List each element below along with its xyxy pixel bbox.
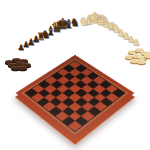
dark-rook: ♜ [37,32,46,42]
light-king: ♚ [88,11,101,26]
dark-pawn: ♟ [22,41,29,49]
dark-bishop: ♝ [46,25,57,37]
light-checker-disc [137,60,146,64]
board-surface [24,60,126,133]
dark-pawn: ♟ [27,38,35,47]
light-pawn: ♟ [122,32,130,41]
light-pawn: ♟ [127,36,134,44]
dark-king: ♚ [56,17,69,32]
light-bishop: ♝ [84,14,95,26]
light-knight: ♞ [111,23,121,34]
dark-pawn: ♟ [32,35,40,44]
dark-checker-disc [18,66,27,70]
board-frame [16,55,135,140]
light-knight: ♞ [79,16,89,27]
dark-knight: ♞ [41,29,51,40]
light-queen: ♛ [95,13,108,27]
dark-pawn: ♟ [17,44,24,52]
light-bishop: ♝ [101,17,112,29]
dark-knight: ♞ [70,17,80,28]
light-checker-disc [144,54,150,58]
light-pawn: ♟ [132,39,139,47]
chess-board [8,55,142,141]
dark-queen: ♛ [51,20,64,34]
light-pawn: ♟ [117,29,125,38]
dark-bishop: ♝ [64,18,75,30]
chess-set-product-photo: ♟♟♟♟♜♞♝♛♚♝♞♞♝♚♛♝♜♞♟♟♟♟ [0,0,150,150]
light-rook: ♜ [107,22,116,32]
